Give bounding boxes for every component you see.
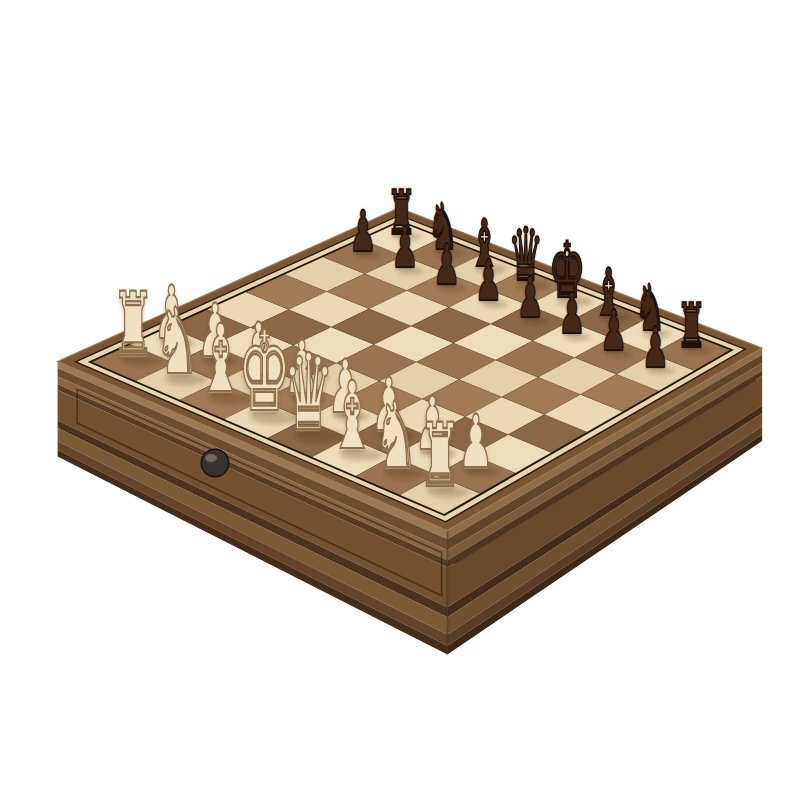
- chess-set-photo-stage: ♜♞♝♛♚♝♞♜♟♟♟♟♟♟♟♟♟♟♟♟♟♟♟♟♜♞♝♚♛♝♞♜: [0, 0, 800, 800]
- piece-shadow-h8: [683, 346, 711, 354]
- piece-shadow-b1: [165, 374, 207, 386]
- piece-shadow-a8: [393, 233, 421, 241]
- piece-shadow-f8: [600, 314, 630, 322]
- piece-shadow-c8: [476, 265, 506, 273]
- piece-shadow-c7: [439, 284, 465, 291]
- piece-shadow-d2: [292, 394, 325, 404]
- piece-shadow-a2: [162, 338, 195, 348]
- piece-shadow-g2: [423, 449, 456, 459]
- piece-shadow-g1: [384, 468, 426, 480]
- piece-shadow-b7: [398, 267, 424, 274]
- piece-shadow-h2: [466, 467, 499, 477]
- piece-shadow-e7: [523, 317, 549, 324]
- piece-shadow-d1: [250, 410, 301, 424]
- piece-shadow-c2: [249, 375, 282, 385]
- piece-shadow-a7: [356, 251, 382, 258]
- piece-shadow-b8: [435, 249, 464, 257]
- piece-shadow-h7: [648, 367, 674, 374]
- piece-shadow-a1: [122, 355, 162, 366]
- piece-shadow-e1: [295, 429, 343, 443]
- piece-shadow-d7: [481, 301, 507, 308]
- piece-shadow-h1: [429, 487, 469, 498]
- piece-shadow-f1: [340, 449, 383, 461]
- piece-shadow-e8: [557, 297, 592, 307]
- drawer-knob-highlight: [205, 454, 217, 462]
- piece-shadow-c1: [209, 392, 252, 404]
- chess-board-svg: [0, 0, 800, 800]
- piece-shadow-b2: [205, 357, 238, 367]
- piece-shadow-d8: [516, 281, 549, 291]
- piece-shadow-g7: [606, 350, 632, 357]
- piece-shadow-e2: [336, 412, 369, 422]
- drawer-knob[interactable]: [202, 450, 228, 476]
- piece-shadow-f2: [379, 430, 412, 440]
- piece-shadow-f7: [565, 334, 591, 341]
- piece-shadow-g8: [642, 330, 671, 338]
